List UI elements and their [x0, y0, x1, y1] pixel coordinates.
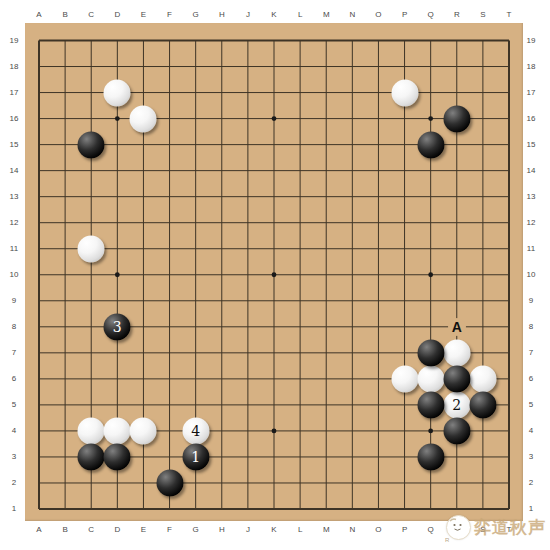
coord-right-18: 18 — [527, 63, 536, 71]
coord-right-7: 7 — [529, 349, 533, 357]
mascot-face-logo-icon: R — [446, 515, 471, 540]
coord-bottom-B: B — [62, 526, 67, 534]
white-stone-P17 — [391, 79, 418, 106]
coord-left-9: 9 — [12, 297, 16, 305]
coord-top-P: P — [402, 11, 407, 19]
coord-right-16: 16 — [527, 115, 536, 123]
point-label-A: A — [448, 318, 466, 336]
coord-top-G: G — [193, 11, 199, 19]
coord-right-5: 5 — [529, 401, 533, 409]
coord-top-F: F — [167, 11, 172, 19]
white-stone-D4 — [104, 417, 131, 444]
star-point — [272, 272, 277, 277]
coord-right-13: 13 — [527, 193, 536, 201]
coord-left-12: 12 — [10, 219, 19, 227]
white-stone-R5: 2 — [443, 391, 470, 418]
star-point — [272, 116, 277, 121]
move-number-3: 3 — [113, 320, 122, 334]
coord-left-5: 5 — [12, 401, 16, 409]
black-stone-S5 — [469, 391, 496, 418]
coord-top-C: C — [88, 11, 94, 19]
coord-bottom-G: G — [193, 526, 199, 534]
coord-top-O: O — [375, 11, 381, 19]
coord-bottom-Q: Q — [428, 526, 434, 534]
white-stone-P6 — [391, 365, 418, 392]
white-stone-C4 — [78, 417, 105, 444]
black-stone-R4 — [443, 417, 470, 444]
coord-left-18: 18 — [10, 63, 19, 71]
black-stone-F2 — [156, 469, 183, 496]
coord-right-4: 4 — [529, 427, 533, 435]
coord-left-7: 7 — [12, 349, 16, 357]
white-stone-Q6 — [417, 365, 444, 392]
coord-top-T: T — [507, 11, 512, 19]
coord-top-J: J — [246, 11, 250, 19]
coord-bottom-M: M — [323, 526, 330, 534]
black-stone-D8: 3 — [104, 313, 131, 340]
coord-left-10: 10 — [10, 271, 19, 279]
coord-top-E: E — [141, 11, 146, 19]
black-stone-D3 — [104, 443, 131, 470]
white-stone-S6 — [469, 365, 496, 392]
coord-top-S: S — [480, 11, 485, 19]
black-stone-Q15 — [417, 131, 444, 158]
coord-right-2: 2 — [529, 479, 533, 487]
coord-right-10: 10 — [527, 271, 536, 279]
coord-left-15: 15 — [10, 141, 19, 149]
white-stone-R7 — [443, 339, 470, 366]
coord-left-16: 16 — [10, 115, 19, 123]
coord-top-B: B — [62, 11, 67, 19]
coord-bottom-D: D — [114, 526, 120, 534]
coord-right-3: 3 — [529, 453, 533, 461]
coord-bottom-N: N — [349, 526, 355, 534]
coord-left-3: 3 — [12, 453, 16, 461]
star-point — [272, 429, 277, 434]
star-point — [428, 116, 433, 121]
black-stone-Q3 — [417, 443, 444, 470]
star-point — [115, 272, 120, 277]
registered-mark: R — [445, 537, 449, 543]
coord-right-12: 12 — [527, 219, 536, 227]
black-stone-R16 — [443, 105, 470, 132]
coord-bottom-A: A — [36, 526, 41, 534]
star-point — [428, 429, 433, 434]
coord-top-A: A — [36, 11, 41, 19]
coord-left-6: 6 — [12, 375, 16, 383]
coord-left-19: 19 — [10, 37, 19, 45]
coord-right-19: 19 — [527, 37, 536, 45]
white-stone-D17 — [104, 79, 131, 106]
go-diagram-page: AABBCCDDEEFFGGHHJJKKLLMMNNOOPPQQRRSSTT19… — [0, 0, 550, 550]
black-stone-Q7 — [417, 339, 444, 366]
move-number-1: 1 — [191, 450, 200, 464]
black-stone-C15 — [78, 131, 105, 158]
watermark-text: 弈道秋声 — [474, 516, 546, 539]
coord-top-R: R — [454, 11, 460, 19]
coord-bottom-F: F — [167, 526, 172, 534]
coord-left-11: 11 — [10, 245, 18, 253]
black-stone-Q5 — [417, 391, 444, 418]
coord-right-8: 8 — [529, 323, 533, 331]
coord-top-M: M — [323, 11, 330, 19]
move-number-2: 2 — [452, 398, 461, 412]
coord-left-8: 8 — [12, 323, 16, 331]
white-stone-G4: 4 — [182, 417, 209, 444]
coord-top-Q: Q — [428, 11, 434, 19]
coord-bottom-K: K — [271, 526, 276, 534]
coord-left-13: 13 — [10, 193, 19, 201]
coord-top-H: H — [219, 11, 225, 19]
coord-left-4: 4 — [12, 427, 16, 435]
coord-right-1: 1 — [529, 505, 533, 513]
coord-bottom-C: C — [88, 526, 94, 534]
coord-bottom-H: H — [219, 526, 225, 534]
black-stone-R6 — [443, 365, 470, 392]
star-point — [428, 272, 433, 277]
coord-left-2: 2 — [12, 479, 16, 487]
white-stone-C11 — [78, 235, 105, 262]
coord-left-1: 1 — [12, 505, 16, 513]
coord-right-14: 14 — [527, 167, 536, 175]
coord-top-N: N — [349, 11, 355, 19]
black-stone-G3: 1 — [182, 443, 209, 470]
coord-top-K: K — [271, 11, 276, 19]
star-point — [115, 116, 120, 121]
coord-right-9: 9 — [529, 297, 533, 305]
coord-bottom-O: O — [375, 526, 381, 534]
coord-bottom-P: P — [402, 526, 407, 534]
black-stone-C3 — [78, 443, 105, 470]
white-stone-E4 — [130, 417, 157, 444]
coord-right-15: 15 — [527, 141, 536, 149]
watermark: R 弈道秋声 — [446, 515, 546, 540]
coord-top-L: L — [298, 11, 302, 19]
coord-left-14: 14 — [10, 167, 19, 175]
coord-left-17: 17 — [10, 89, 19, 97]
coord-right-11: 11 — [527, 245, 535, 253]
coord-right-6: 6 — [529, 375, 533, 383]
coord-bottom-L: L — [298, 526, 302, 534]
coord-right-17: 17 — [527, 89, 536, 97]
white-stone-E16 — [130, 105, 157, 132]
coord-bottom-E: E — [141, 526, 146, 534]
coord-bottom-J: J — [246, 526, 250, 534]
move-number-4: 4 — [191, 424, 200, 438]
coord-top-D: D — [114, 11, 120, 19]
